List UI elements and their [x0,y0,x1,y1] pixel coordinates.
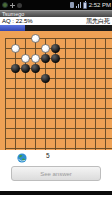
app-screen: 2:52 PM Tsumego AQ : 22.5% 黑先白死 5 See an… [0,0,112,200]
grid-line-h [5,88,112,89]
status-time: 2:52 PM [89,0,111,10]
grid-line-v [95,38,96,150]
status-bar: 2:52 PM [0,0,112,10]
stone-black[interactable] [11,64,20,73]
grid-line-v [65,38,66,150]
battery-icon [83,2,87,9]
grid-line-h [5,148,112,149]
stone-white[interactable] [31,54,40,63]
stone-black[interactable] [31,64,40,73]
see-answer-button[interactable]: See answer [11,166,101,181]
stone-white[interactable] [11,44,20,53]
stone-black[interactable] [51,44,60,53]
go-board[interactable] [0,31,112,150]
bottom-bar [0,191,112,195]
grid-line-h [5,138,112,139]
vibrate-icon [70,2,74,8]
grid-line-v [85,38,86,150]
grid-line-v [15,38,16,150]
stone-black[interactable] [41,54,50,63]
problem-counter: 5 [46,152,50,159]
grid-line-v [5,38,6,150]
stone-white[interactable] [41,44,50,53]
info-bar: AQ : 22.5% 黑先白死 [0,17,112,25]
app-icon [2,2,8,8]
grid-line-h [5,128,112,129]
grid-line-h [5,108,112,109]
stone-white[interactable] [21,54,30,63]
grid-line-h [5,98,112,99]
stone-white[interactable] [31,34,40,43]
stone-black[interactable] [21,64,30,73]
stone-black[interactable] [41,74,50,83]
grid-line-v [105,38,106,150]
grid-line-h [5,38,112,39]
lower-panel: 5 See answer [0,150,112,200]
grid-line-h [5,78,112,79]
plus-icon [10,3,15,8]
signal-bars-icon [76,2,81,8]
grid-line-v [75,38,76,150]
stone-black[interactable] [51,54,60,63]
rating-label: AQ : 22.5% [2,18,33,24]
globe-icon-svg [17,153,27,163]
notification-icon [17,3,22,8]
grid-line-h [5,118,112,119]
globe-icon[interactable] [17,151,27,161]
